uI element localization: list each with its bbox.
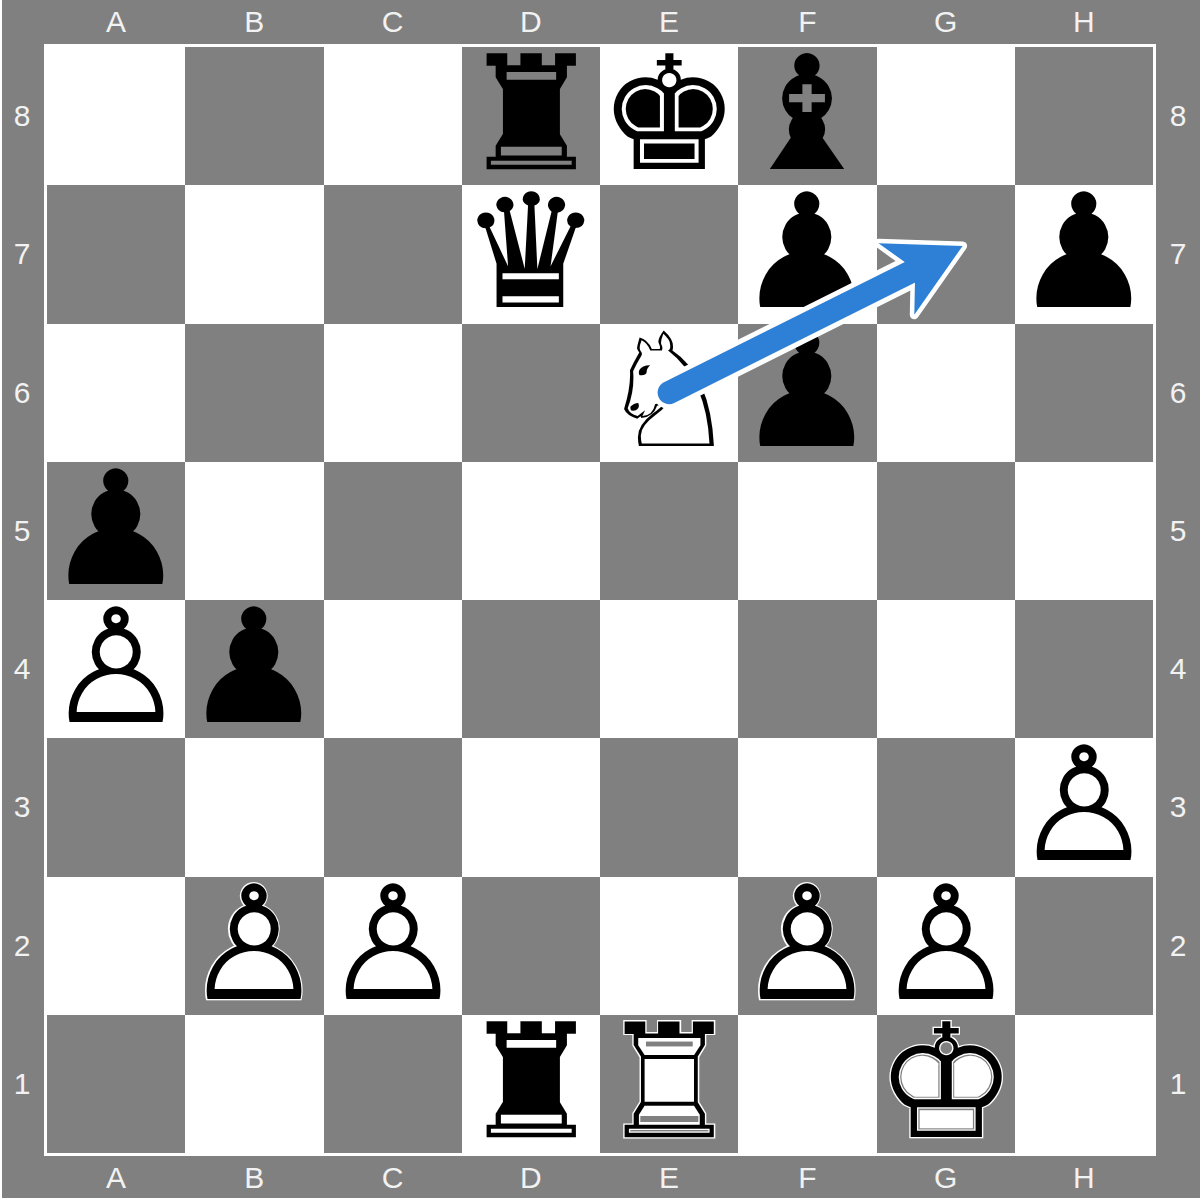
white-pawn-h3[interactable]: ♟♙ [1018,741,1150,873]
black-pawn-b4[interactable]: ♟ [188,603,320,735]
svg-text:♟: ♟ [736,298,878,482]
rank-label-6: 6 [0,324,44,462]
square-f1[interactable] [738,1015,876,1153]
white-knight-e6[interactable]: ♞♘ [603,327,735,459]
file-label-f: F [738,1156,876,1200]
square-d3[interactable] [462,738,600,876]
file-label-b: B [185,1156,323,1200]
square-a8[interactable] [47,47,185,185]
black-queen-d7[interactable]: ♛ [465,188,597,320]
square-a4[interactable]: ♟♙ [47,600,185,738]
rank-label-4: 4 [0,600,44,738]
square-f5[interactable] [738,462,876,600]
rank-label-3: 3 [1156,738,1200,876]
square-g7[interactable] [877,185,1015,323]
square-h7[interactable]: ♟ [1015,185,1153,323]
rank-label-7: 7 [0,185,44,323]
square-e1[interactable]: ♜♖ [600,1015,738,1153]
square-h2[interactable] [1015,877,1153,1015]
square-a7[interactable] [47,185,185,323]
svg-text:♙: ♙ [45,575,187,759]
square-d6[interactable] [462,324,600,462]
square-a1[interactable] [47,1015,185,1153]
rank-label-8: 8 [0,47,44,185]
svg-text:♟: ♟ [1013,160,1155,344]
square-f4[interactable] [738,600,876,738]
square-h6[interactable] [1015,324,1153,462]
svg-text:♙: ♙ [1013,713,1155,897]
file-label-b: B [185,0,323,44]
square-h5[interactable] [1015,462,1153,600]
square-g1[interactable]: ♚♔ [877,1015,1015,1153]
svg-text:♖: ♖ [598,990,740,1174]
rank-label-5: 5 [0,462,44,600]
square-g6[interactable] [877,324,1015,462]
rank-label-8: 8 [1156,47,1200,185]
square-e8[interactable]: ♚ [600,47,738,185]
square-d4[interactable] [462,600,600,738]
rank-label-1: 1 [0,1015,44,1153]
square-c4[interactable] [324,600,462,738]
square-d1[interactable]: ♜ [462,1015,600,1153]
rank-label-7: 7 [1156,185,1200,323]
white-pawn-f2[interactable]: ♟♙ [741,880,873,1012]
square-d7[interactable]: ♛ [462,185,600,323]
svg-text:♙: ♙ [736,851,878,1035]
square-a2[interactable] [47,877,185,1015]
rank-label-6: 6 [1156,324,1200,462]
square-c7[interactable] [324,185,462,323]
file-label-h: H [1015,1156,1153,1200]
square-e3[interactable] [600,738,738,876]
square-c1[interactable] [324,1015,462,1153]
square-b7[interactable] [185,185,323,323]
square-b2[interactable]: ♟♙ [185,877,323,1015]
square-g5[interactable] [877,462,1015,600]
white-pawn-a4[interactable]: ♟♙ [50,603,182,735]
white-pawn-c2[interactable]: ♟♙ [327,880,459,1012]
chess-board-frame: ABCDEFGH 87654321 87654321 ABCDEFGH ♜♚♝♛… [0,0,1200,1200]
black-king-e8[interactable]: ♚ [603,50,735,182]
square-a3[interactable] [47,738,185,876]
square-h3[interactable]: ♟♙ [1015,738,1153,876]
square-c2[interactable]: ♟♙ [324,877,462,1015]
svg-text:♙: ♙ [322,851,464,1035]
file-label-c: C [324,0,462,44]
square-f2[interactable]: ♟♙ [738,877,876,1015]
rank-label-1: 1 [1156,1015,1200,1153]
rank-labels-right: 87654321 [1156,47,1200,1153]
svg-text:♛: ♛ [460,160,602,344]
square-c5[interactable] [324,462,462,600]
svg-text:♔: ♔ [875,990,1017,1174]
file-label-g: G [877,0,1015,44]
square-b4[interactable]: ♟ [185,600,323,738]
rank-label-2: 2 [0,877,44,1015]
square-h1[interactable] [1015,1015,1153,1153]
chess-board: ♜♚♝♛♟♟♞♘♟♟♟♙♟♟♙♟♙♟♙♟♙♟♙♜♜♖♚♔ [44,44,1156,1156]
file-label-h: H [1015,0,1153,44]
svg-text:♟: ♟ [183,575,325,759]
square-g4[interactable] [877,600,1015,738]
rank-label-4: 4 [1156,600,1200,738]
square-b8[interactable] [185,47,323,185]
square-b1[interactable] [185,1015,323,1153]
square-e4[interactable] [600,600,738,738]
black-rook-d1[interactable]: ♜ [465,1018,597,1150]
file-label-a: A [47,0,185,44]
svg-text:♜: ♜ [460,990,602,1174]
rank-label-2: 2 [1156,877,1200,1015]
rank-label-5: 5 [1156,462,1200,600]
black-pawn-f6[interactable]: ♟ [741,327,873,459]
square-c6[interactable] [324,324,462,462]
square-d5[interactable] [462,462,600,600]
white-pawn-b2[interactable]: ♟♙ [188,880,320,1012]
rank-labels-left: 87654321 [0,47,44,1153]
square-f6[interactable]: ♟ [738,324,876,462]
square-e6[interactable]: ♞♘ [600,324,738,462]
square-g8[interactable] [877,47,1015,185]
white-king-g1[interactable]: ♚♔ [880,1018,1012,1150]
file-label-c: C [324,1156,462,1200]
svg-text:♚: ♚ [598,22,740,206]
square-b6[interactable] [185,324,323,462]
rank-label-3: 3 [0,738,44,876]
white-rook-e1[interactable]: ♜♖ [603,1018,735,1150]
svg-text:♙: ♙ [183,851,325,1035]
black-pawn-h7[interactable]: ♟ [1018,188,1150,320]
square-c8[interactable] [324,47,462,185]
square-e5[interactable] [600,462,738,600]
svg-text:♘: ♘ [598,298,740,482]
file-label-a: A [47,1156,185,1200]
